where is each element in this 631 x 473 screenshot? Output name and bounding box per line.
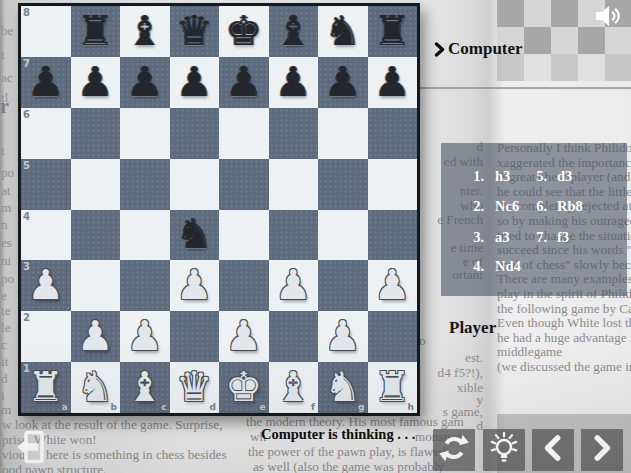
book-text-line: middlegame [497,345,631,360]
decor-cell [605,54,631,81]
square-f6[interactable] [269,108,319,159]
decor-cell [578,54,605,81]
rank-label: 2 [23,312,30,323]
decor-cell [497,0,524,27]
square-a6[interactable]: 6 [21,108,71,159]
square-e3[interactable] [219,260,269,311]
white-pawn: ♟ [318,311,368,362]
square-f4[interactable] [269,210,319,261]
square-a8[interactable]: 8 [21,6,71,57]
decor-cell [551,54,578,81]
lightbulb-icon [488,431,520,469]
book-text-fragment: here is something in chess besides [46,448,227,463]
white-rook: ♜ [368,362,418,413]
move-row[interactable]: 4.Nd4 [441,258,627,276]
back-button[interactable] [16,430,45,466]
book-text-fragment: ni [1,254,11,269]
book-text-line: Even though White lost the g [497,316,631,331]
black-pawn: ♟ [71,57,121,108]
square-c8[interactable]: ♝ [120,6,170,57]
restart-button[interactable] [433,429,475,471]
square-h6[interactable] [368,108,418,159]
black-rook: ♜ [71,6,121,57]
square-f5[interactable] [269,159,319,210]
move-san: h3 [495,168,510,185]
book-text-fragment: est. [465,351,483,366]
move-number: 5. [515,168,547,185]
square-a3[interactable]: 3♟ [21,260,71,311]
move-number: 1. [447,168,484,185]
move-number: 7. [515,229,547,246]
rank-label: 8 [23,7,30,18]
move-row[interactable]: 2.Nc66.Rb8 [441,198,627,216]
white-pawn: ♟ [120,311,170,362]
rank-label: 4 [23,211,30,222]
black-pawn: ♟ [21,57,71,108]
square-e2[interactable]: ♟ [219,311,269,362]
move-list-panel: 1.h35.d32.Nc66.Rb83.a37.f34.Nd4 [441,143,627,296]
square-a1[interactable]: 1a♜ [21,362,71,413]
book-text-fragment: the power of the pawn play, is flawed [248,445,446,460]
book-text-fragment: it [1,355,8,370]
book-text-line: (we discussed the game in th [497,360,631,375]
square-e5[interactable] [219,159,269,210]
rank-label: 5 [23,160,30,171]
book-text-fragment: c [1,338,7,353]
square-h2[interactable] [368,311,418,362]
square-f1[interactable]: f♝ [269,362,319,413]
book-text-line: the following game by Capab [497,302,631,317]
black-knight: ♞ [170,210,220,261]
move-san: Nd4 [495,258,521,275]
move-number: 4. [447,258,484,275]
square-e8[interactable]: ♚ [219,6,269,57]
square-c6[interactable] [120,108,170,159]
square-g6[interactable] [318,108,368,159]
square-g8[interactable]: ♞ [318,6,368,57]
square-d1[interactable]: d♛ [170,362,220,413]
black-pawn: ♟ [120,57,170,108]
black-king: ♚ [219,6,269,57]
square-h4[interactable] [368,210,418,261]
decor-cell [524,54,551,81]
book-text-fragment: ac [1,71,13,86]
white-pawn: ♟ [170,260,220,311]
book-text-fragment: le [1,321,11,336]
page-divider-line [419,87,631,89]
black-bishop: ♝ [120,6,170,57]
square-g3[interactable] [318,260,368,311]
square-a5[interactable]: 5 [21,159,71,210]
white-knight: ♞ [318,362,368,413]
square-f8[interactable]: ♝ [269,6,319,57]
square-a2[interactable]: 2 [21,311,71,362]
black-queen: ♛ [170,6,220,57]
book-text-fragment: d [476,419,483,434]
white-bishop: ♝ [120,362,170,413]
square-b3[interactable] [71,260,121,311]
book-text-fragment: as well (also the game was probably [253,460,444,473]
book-text-fragment: d [1,372,8,387]
black-pawn: ♟ [269,57,319,108]
square-d4[interactable]: ♞ [170,210,220,261]
refresh-icon [438,432,470,468]
book-text-fragment: po [1,272,14,287]
square-c2[interactable]: ♟ [120,311,170,362]
square-b6[interactable] [71,108,121,159]
decor-cell [605,27,631,54]
square-h8[interactable]: ♜ [368,6,418,57]
square-d3[interactable]: ♟ [170,260,220,311]
decor-cell [524,27,551,54]
chess-board-frame: 8♜♝♛♚♝♞♜7♟♟♟♟♟♟♟♟654♞3♟♟♟♟2♟♟♟♟1a♜b♞c♝d♛… [18,3,420,416]
square-e7[interactable]: ♟ [219,57,269,108]
square-g5[interactable] [318,159,368,210]
move-san: a3 [495,229,510,246]
book-text-fragment: at [1,184,11,199]
book-text-fragment: te [1,304,11,319]
sound-button[interactable] [595,5,621,27]
move-row[interactable]: 3.a37.f3 [441,229,627,247]
square-d2[interactable] [170,311,220,362]
white-king: ♚ [219,362,269,413]
decor-cell [551,27,578,54]
move-san: f3 [557,229,569,246]
black-rook: ♜ [368,6,418,57]
rank-label: 6 [23,109,30,120]
book-text-fragment: t [1,48,5,63]
square-c5[interactable] [120,159,170,210]
book-text-fragment: m [1,403,11,418]
status-text: Computer is thinking . . . [261,426,415,443]
square-b1[interactable]: b♞ [71,362,121,413]
black-pawn: ♟ [219,57,269,108]
decor-cell [578,27,605,54]
white-rook: ♜ [21,362,71,413]
book-text-fragment: e [1,289,7,304]
square-g4[interactable] [318,210,368,261]
app-window: Personally I think Philidor dexaggerated… [0,0,631,473]
black-pawn: ♟ [368,57,418,108]
chevron-left-icon [539,432,567,468]
move-number: 3. [447,229,484,246]
player-header: Player [449,318,496,338]
prev-move-button[interactable] [532,429,574,471]
square-h7[interactable]: ♟ [368,57,418,108]
next-move-button[interactable] [581,429,623,471]
white-pawn: ♟ [219,311,269,362]
white-bishop: ♝ [269,362,319,413]
square-c7[interactable]: ♟ [120,57,170,108]
square-d8[interactable]: ♛ [170,6,220,57]
square-b4[interactable] [71,210,121,261]
decor-cell [524,0,551,27]
book-text-fragment: es [1,236,12,251]
square-g1[interactable]: g♞ [318,362,368,413]
square-c3[interactable] [120,260,170,311]
square-h5[interactable] [368,159,418,210]
square-h3[interactable]: ♟ [368,260,418,311]
square-a7[interactable]: 7♟ [21,57,71,108]
square-d5[interactable] [170,159,220,210]
square-h1[interactable]: h♜ [368,362,418,413]
square-g7[interactable]: ♟ [318,57,368,108]
move-number: 6. [515,198,547,215]
book-text-fragment: n [1,218,8,233]
square-d6[interactable] [170,108,220,159]
black-pawn: ♟ [318,57,368,108]
book-text-fragment: r [0,99,9,114]
book-text-fragment: d4 f5?!), [438,366,483,381]
square-d7[interactable]: ♟ [170,57,220,108]
square-b5[interactable] [71,159,121,210]
book-text-fragment: po [1,166,14,181]
speaker-icon [595,13,621,30]
book-text-fragment: m [1,201,11,216]
white-pawn: ♟ [269,260,319,311]
white-pawn: ♟ [368,260,418,311]
white-pawn: ♟ [71,311,121,362]
square-e6[interactable] [219,108,269,159]
square-c1[interactable]: c♝ [120,362,170,413]
book-text-fragment: t [1,144,5,159]
square-b7[interactable]: ♟ [71,57,121,108]
square-f7[interactable]: ♟ [269,57,319,108]
move-san: d3 [557,168,572,185]
computer-header[interactable]: Computer [448,39,523,59]
square-f3[interactable]: ♟ [269,260,319,311]
move-san: Rb8 [557,198,583,215]
decor-cell [551,0,578,27]
square-b8[interactable]: ♜ [71,6,121,57]
black-bishop: ♝ [269,6,319,57]
white-queen: ♛ [170,362,220,413]
square-e1[interactable]: e♚ [219,362,269,413]
hint-button[interactable] [483,429,525,471]
book-text-line: he had a huge advantage in t [497,331,631,346]
square-a4[interactable]: 4 [21,210,71,261]
square-b2[interactable]: ♟ [71,311,121,362]
chevron-right-icon [588,432,616,468]
square-c4[interactable] [120,210,170,261]
white-pawn: ♟ [21,260,71,311]
square-f2[interactable] [269,311,319,362]
chevron-right-icon [434,42,445,61]
move-number: 2. [447,198,484,215]
square-g2[interactable]: ♟ [318,311,368,362]
black-knight: ♞ [318,6,368,57]
exit-arrow-icon [16,452,45,469]
move-row[interactable]: 1.h35.d3 [441,168,627,186]
book-text-fragment: be [1,24,13,39]
black-pawn: ♟ [170,57,220,108]
white-knight: ♞ [71,362,121,413]
chess-board: 8♜♝♛♚♝♞♜7♟♟♟♟♟♟♟♟654♞3♟♟♟♟2♟♟♟♟1a♜b♞c♝d♛… [21,6,417,413]
square-e4[interactable] [219,210,269,261]
